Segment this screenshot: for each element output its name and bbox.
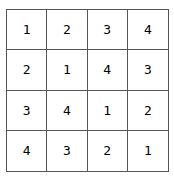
grid-cell-r1c2[interactable]: 2	[47, 10, 87, 50]
grid-cell-r4c4[interactable]: 1	[128, 131, 168, 171]
grid-cell-r2c2[interactable]: 1	[47, 50, 87, 90]
grid-cell-r3c4[interactable]: 2	[128, 91, 168, 131]
grid-cell-r1c1[interactable]: 1	[7, 10, 47, 50]
grid-cell-r1c3[interactable]: 3	[88, 10, 128, 50]
grid-cell-r2c1[interactable]: 2	[7, 50, 47, 90]
grid-cell-r2c4[interactable]: 3	[128, 50, 168, 90]
grid-cell-r3c3[interactable]: 1	[88, 91, 128, 131]
grid-cell-r1c4[interactable]: 4	[128, 10, 168, 50]
puzzle-diagram: 1234214334124321	[0, 0, 174, 181]
grid-cell-r4c2[interactable]: 3	[47, 131, 87, 171]
grid-cell-r2c3[interactable]: 4	[88, 50, 128, 90]
grid-cell-r4c1[interactable]: 4	[7, 131, 47, 171]
grid-cell-r3c1[interactable]: 3	[7, 91, 47, 131]
latin-square-board: 1234214334124321	[6, 9, 169, 172]
grid-cell-r4c3[interactable]: 2	[88, 131, 128, 171]
grid-cell-r3c2[interactable]: 4	[47, 91, 87, 131]
